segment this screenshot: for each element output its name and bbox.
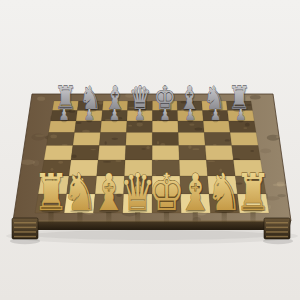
marble-blotch	[128, 125, 132, 127]
square-d5[interactable]	[126, 133, 153, 146]
square-f5[interactable]	[178, 133, 205, 146]
foot-ridge	[266, 236, 288, 238]
marble-blotch	[112, 138, 118, 140]
marble-blotch	[75, 122, 81, 124]
square-a4[interactable]	[44, 145, 73, 160]
marble-blotch	[250, 150, 254, 152]
square-h4[interactable]	[232, 145, 261, 160]
piece-black-pawn-f7[interactable]: ♟	[185, 105, 196, 123]
chess-set-photo: Metal chess set in the starting position…	[0, 0, 300, 300]
marble-blotch	[188, 145, 191, 149]
chessboard-scene: ♜♜♞♞♝♝♛♛♚♚♝♝♞♞♜♜♟♟♟♟♟♟♟♟♟♟♟♟♟♟♟♟♜♜♞♞♝♝♛♛…	[0, 0, 300, 300]
board-shadow	[32, 230, 272, 240]
piece-black-pawn-e7[interactable]: ♟	[160, 105, 171, 123]
marble-blotch	[243, 127, 247, 129]
square-f4[interactable]	[179, 145, 207, 160]
square-a5[interactable]	[46, 133, 74, 146]
piece-black-pawn-h7[interactable]: ♟	[235, 105, 246, 123]
marble-blotch	[276, 136, 280, 138]
marble-blotch	[82, 130, 90, 133]
marble-blotch	[277, 194, 285, 197]
square-h5[interactable]	[230, 133, 258, 146]
piece-black-pawn-a7[interactable]: ♟	[59, 105, 70, 123]
foot-ridge	[14, 231, 36, 233]
marble-blotch	[71, 155, 76, 158]
marble-blotch	[50, 135, 57, 139]
marble-blotch	[155, 159, 158, 161]
square-b4[interactable]	[71, 145, 99, 160]
piece-black-pawn-c7[interactable]: ♟	[109, 105, 120, 123]
foot-ridge	[14, 236, 36, 238]
marble-blotch	[225, 139, 230, 141]
marble-blotch	[189, 124, 194, 126]
marble-blotch	[35, 135, 44, 138]
square-g4[interactable]	[205, 145, 233, 160]
square-b5[interactable]	[73, 133, 101, 146]
piece-black-pawn-b7[interactable]: ♟	[84, 105, 95, 123]
square-g5[interactable]	[204, 133, 231, 146]
marble-blotch	[137, 123, 143, 127]
marble-blotch	[195, 128, 203, 131]
marble-blotch	[273, 183, 287, 186]
marble-blotch	[245, 123, 250, 127]
foot-ridge	[14, 227, 36, 229]
marble-blotch	[141, 148, 146, 150]
square-e5[interactable]	[152, 133, 178, 146]
marble-blotch	[37, 97, 45, 101]
marble-blotch	[260, 149, 271, 154]
marble-blotch	[146, 146, 149, 149]
piece-black-pawn-g7[interactable]: ♟	[210, 105, 221, 123]
piece-black-pawn-d7[interactable]: ♟	[134, 105, 145, 123]
piece-white-rook-h1[interactable]: ♜	[235, 162, 271, 222]
square-e4[interactable]	[152, 145, 179, 160]
foot-ridge	[266, 227, 288, 229]
marble-blotch	[90, 149, 96, 150]
marble-blotch	[157, 141, 159, 145]
marble-blotch	[105, 141, 107, 145]
marble-blotch	[193, 148, 200, 150]
foot-ridge	[266, 231, 288, 233]
square-c4[interactable]	[98, 145, 126, 160]
